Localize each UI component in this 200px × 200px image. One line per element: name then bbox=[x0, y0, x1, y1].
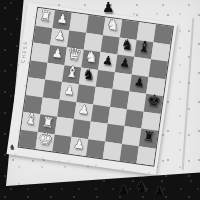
board-square[interactable] bbox=[151, 42, 170, 62]
chess-piece-black-bishop[interactable]: ♝ bbox=[137, 38, 152, 55]
chess-piece-black-pawn[interactable]: ♟ bbox=[133, 76, 145, 89]
board-brand-text: CHESS bbox=[20, 40, 28, 63]
chess-piece-white-bishop[interactable]: ♝ bbox=[64, 64, 79, 81]
chess-board: CHESS ♞ ♜♟♞♟♞♝♟♛♞♟♟♝♞♟♟♚♟♝♜♜♚♟ bbox=[6, 2, 177, 175]
chess-piece-white-pawn[interactable]: ♟ bbox=[56, 12, 68, 25]
chess-piece-black-knight[interactable]: ♞ bbox=[81, 66, 96, 82]
chess-piece-white-rook[interactable]: ♜ bbox=[39, 9, 53, 24]
captured-pieces-bottom: ♟♞♟ bbox=[112, 177, 187, 200]
captured-piece-black-pawn[interactable]: ♟ bbox=[154, 185, 165, 197]
chess-piece-white-pawn[interactable]: ♟ bbox=[51, 47, 63, 60]
board-square[interactable] bbox=[136, 146, 155, 166]
chess-piece-black-pawn[interactable]: ♟ bbox=[102, 54, 114, 67]
chess-piece-white-king[interactable]: ♚ bbox=[37, 130, 53, 148]
chess-piece-white-pawn[interactable]: ♟ bbox=[78, 103, 90, 116]
board-square[interactable] bbox=[149, 59, 168, 79]
chess-piece-black-knight[interactable]: ♞ bbox=[120, 36, 135, 52]
chess-piece-white-pawn[interactable]: ♟ bbox=[63, 84, 75, 97]
board-grid: ♜♟♞♟♞♝♟♛♞♟♟♝♞♟♟♚♟♝♜♜♚♟ bbox=[19, 8, 173, 166]
chess-piece-black-king[interactable]: ♚ bbox=[146, 92, 162, 110]
chess-piece-white-bishop[interactable]: ♝ bbox=[23, 111, 38, 128]
captured-piece-black-pawn[interactable]: ♟ bbox=[102, 0, 115, 14]
photo-scene: CHESS ♞ ♜♟♞♟♞♝♟♛♞♟♟♝♞♟♟♚♟♝♜♜♚♟ ♟ ♟♞♟ bbox=[0, 0, 200, 200]
chess-piece-black-pawn[interactable]: ♟ bbox=[119, 56, 131, 69]
chess-piece-white-queen[interactable]: ♛ bbox=[66, 46, 82, 64]
captured-pieces-top: ♟ bbox=[97, 0, 121, 21]
chess-piece-white-knight[interactable]: ♞ bbox=[84, 49, 99, 65]
captured-piece-black-pawn[interactable]: ♟ bbox=[118, 183, 130, 196]
knight-emblem-icon: ♞ bbox=[7, 141, 19, 154]
chess-piece-white-pawn[interactable]: ♟ bbox=[54, 29, 66, 42]
board-square[interactable]: ♚ bbox=[144, 94, 163, 114]
chess-piece-white-pawn[interactable]: ♟ bbox=[73, 138, 85, 151]
captured-piece-black-knight[interactable]: ♞ bbox=[135, 180, 148, 195]
chess-piece-black-rook[interactable]: ♜ bbox=[142, 129, 156, 144]
